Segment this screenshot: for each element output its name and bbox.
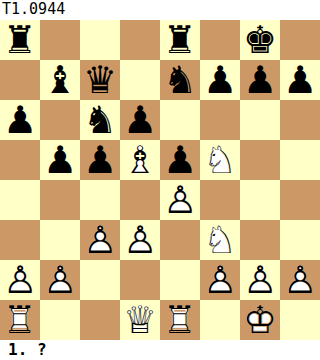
square-f8[interactable] — [200, 20, 240, 60]
square-f2[interactable]: ♟♙ — [200, 260, 240, 300]
piece-white-queen: ♛♕ — [120, 300, 160, 340]
piece-outline-layer: ♘ — [200, 140, 240, 180]
piece-black-pawn: ♟ — [283, 60, 317, 100]
piece-outline-layer: ♙ — [40, 260, 80, 300]
piece-outline-layer: ♙ — [120, 220, 160, 260]
piece-black-king: ♚ — [243, 20, 277, 60]
square-h7[interactable]: ♟ — [280, 60, 320, 100]
square-f6[interactable] — [200, 100, 240, 140]
piece-outline-layer: ♖ — [0, 300, 40, 340]
square-d5[interactable]: ♝♗ — [120, 140, 160, 180]
square-h5[interactable] — [280, 140, 320, 180]
piece-outline-layer: ♖ — [160, 300, 200, 340]
square-g4[interactable] — [240, 180, 280, 220]
square-b6[interactable] — [40, 100, 80, 140]
piece-white-pawn: ♟♙ — [40, 260, 80, 300]
piece-black-knight: ♞ — [83, 100, 117, 140]
piece-black-knight: ♞ — [163, 60, 197, 100]
square-h2[interactable]: ♟♙ — [280, 260, 320, 300]
piece-outline-layer: ♗ — [120, 140, 160, 180]
square-d3[interactable]: ♟♙ — [120, 220, 160, 260]
square-e5[interactable]: ♟ — [160, 140, 200, 180]
piece-black-pawn: ♟ — [243, 60, 277, 100]
square-a7[interactable] — [0, 60, 40, 100]
square-f3[interactable]: ♞♘ — [200, 220, 240, 260]
piece-outline-layer: ♔ — [240, 300, 280, 340]
piece-outline-layer: ♙ — [80, 220, 120, 260]
square-d8[interactable] — [120, 20, 160, 60]
square-a1[interactable]: ♜♖ — [0, 300, 40, 340]
square-g8[interactable]: ♚ — [240, 20, 280, 60]
square-g2[interactable]: ♟♙ — [240, 260, 280, 300]
square-c1[interactable] — [80, 300, 120, 340]
square-e1[interactable]: ♜♖ — [160, 300, 200, 340]
square-c5[interactable]: ♟ — [80, 140, 120, 180]
square-d2[interactable] — [120, 260, 160, 300]
square-a6[interactable]: ♟ — [0, 100, 40, 140]
piece-outline-layer: ♙ — [240, 260, 280, 300]
piece-outline-layer: ♘ — [200, 220, 240, 260]
square-e3[interactable] — [160, 220, 200, 260]
square-h3[interactable] — [280, 220, 320, 260]
move-prompt: 1. ? — [0, 340, 320, 360]
piece-black-pawn: ♟ — [43, 140, 77, 180]
piece-white-pawn: ♟♙ — [120, 220, 160, 260]
chess-board: ♜♜♚♝♛♞♟♟♟♟♞♟♟♟♝♗♟♞♘♟♙♟♙♟♙♞♘♟♙♟♙♟♙♟♙♟♙♜♖♛… — [0, 20, 320, 340]
square-b7[interactable]: ♝ — [40, 60, 80, 100]
square-g7[interactable]: ♟ — [240, 60, 280, 100]
square-h8[interactable] — [280, 20, 320, 60]
square-a5[interactable] — [0, 140, 40, 180]
piece-outline-layer: ♙ — [160, 180, 200, 220]
piece-black-pawn: ♟ — [123, 100, 157, 140]
square-d4[interactable] — [120, 180, 160, 220]
piece-white-pawn: ♟♙ — [200, 260, 240, 300]
piece-white-rook: ♜♖ — [0, 300, 40, 340]
square-c3[interactable]: ♟♙ — [80, 220, 120, 260]
piece-outline-layer: ♕ — [120, 300, 160, 340]
piece-black-pawn: ♟ — [163, 140, 197, 180]
piece-white-bishop: ♝♗ — [120, 140, 160, 180]
square-g6[interactable] — [240, 100, 280, 140]
square-e8[interactable]: ♜ — [160, 20, 200, 60]
square-a4[interactable] — [0, 180, 40, 220]
chess-puzzle-window: T1.0944 ♜♜♚♝♛♞♟♟♟♟♞♟♟♟♝♗♟♞♘♟♙♟♙♟♙♞♘♟♙♟♙♟… — [0, 0, 320, 360]
square-b8[interactable] — [40, 20, 80, 60]
piece-white-knight: ♞♘ — [200, 140, 240, 180]
piece-white-rook: ♜♖ — [160, 300, 200, 340]
piece-black-pawn: ♟ — [203, 60, 237, 100]
piece-outline-layer: ♙ — [200, 260, 240, 300]
square-d6[interactable]: ♟ — [120, 100, 160, 140]
square-c7[interactable]: ♛ — [80, 60, 120, 100]
square-g1[interactable]: ♚♔ — [240, 300, 280, 340]
square-b3[interactable] — [40, 220, 80, 260]
square-g5[interactable] — [240, 140, 280, 180]
square-f7[interactable]: ♟ — [200, 60, 240, 100]
square-f1[interactable] — [200, 300, 240, 340]
piece-white-pawn: ♟♙ — [0, 260, 40, 300]
piece-black-queen: ♛ — [83, 60, 117, 100]
piece-black-rook: ♜ — [3, 20, 37, 60]
puzzle-id-title: T1.0944 — [0, 0, 320, 20]
square-d7[interactable] — [120, 60, 160, 100]
piece-white-pawn: ♟♙ — [280, 260, 320, 300]
piece-black-pawn: ♟ — [83, 140, 117, 180]
piece-black-pawn: ♟ — [3, 100, 37, 140]
piece-outline-layer: ♙ — [0, 260, 40, 300]
square-b1[interactable] — [40, 300, 80, 340]
square-h6[interactable] — [280, 100, 320, 140]
piece-outline-layer: ♙ — [280, 260, 320, 300]
square-f5[interactable]: ♞♘ — [200, 140, 240, 180]
piece-white-pawn: ♟♙ — [160, 180, 200, 220]
square-b5[interactable]: ♟ — [40, 140, 80, 180]
piece-white-king: ♚♔ — [240, 300, 280, 340]
square-h1[interactable] — [280, 300, 320, 340]
piece-white-pawn: ♟♙ — [240, 260, 280, 300]
piece-black-bishop: ♝ — [43, 60, 77, 100]
square-a2[interactable]: ♟♙ — [0, 260, 40, 300]
square-e4[interactable]: ♟♙ — [160, 180, 200, 220]
square-d1[interactable]: ♛♕ — [120, 300, 160, 340]
square-e2[interactable] — [160, 260, 200, 300]
square-a8[interactable]: ♜ — [0, 20, 40, 60]
piece-black-rook: ♜ — [163, 20, 197, 60]
square-c6[interactable]: ♞ — [80, 100, 120, 140]
square-f4[interactable] — [200, 180, 240, 220]
square-c2[interactable] — [80, 260, 120, 300]
square-b2[interactable]: ♟♙ — [40, 260, 80, 300]
square-c8[interactable] — [80, 20, 120, 60]
square-h4[interactable] — [280, 180, 320, 220]
piece-white-knight: ♞♘ — [200, 220, 240, 260]
square-e6[interactable] — [160, 100, 200, 140]
square-g3[interactable] — [240, 220, 280, 260]
square-c4[interactable] — [80, 180, 120, 220]
square-a3[interactable] — [0, 220, 40, 260]
square-e7[interactable]: ♞ — [160, 60, 200, 100]
piece-white-pawn: ♟♙ — [80, 220, 120, 260]
square-b4[interactable] — [40, 180, 80, 220]
